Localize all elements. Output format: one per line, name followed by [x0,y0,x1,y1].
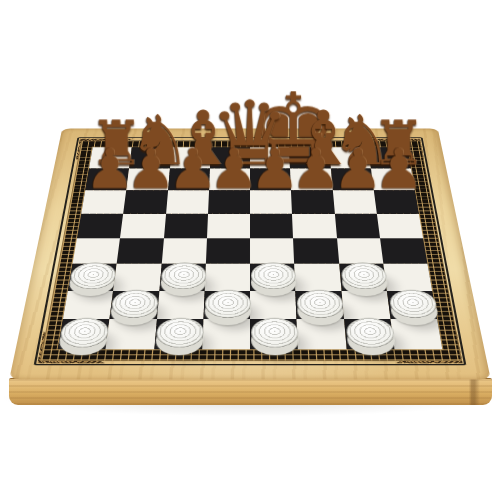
square-h3[interactable] [383,264,432,291]
square-d4[interactable] [206,238,250,264]
white-checker[interactable] [340,262,388,289]
square-b2[interactable] [110,291,159,319]
square-b4[interactable] [117,238,164,264]
square-f1[interactable] [297,319,346,349]
square-d2[interactable] [203,291,250,319]
square-g4[interactable] [337,238,384,264]
square-c3[interactable] [159,264,206,291]
square-c2[interactable] [156,291,204,319]
square-b1[interactable] [106,319,157,349]
wooden-board-top: ♜♞♝♛♚♝♞♜♟♟♟♟♟♟♟♟ [9,129,491,380]
board-front-edge [9,378,492,405]
square-a3[interactable] [68,264,117,291]
square-f3[interactable] [294,264,341,291]
white-checker[interactable] [59,318,111,348]
square-e1[interactable] [250,319,298,349]
white-checker[interactable] [155,318,204,348]
square-g1[interactable] [344,319,395,349]
square-f2[interactable] [296,291,344,319]
white-checker[interactable] [251,262,296,289]
square-h4[interactable] [380,238,428,264]
square-g2[interactable] [341,291,390,319]
square-c1[interactable] [154,319,203,349]
white-checker[interactable] [297,289,345,317]
white-checker[interactable] [204,289,251,317]
white-checker[interactable] [345,318,396,348]
white-checker[interactable] [251,318,299,348]
white-checker[interactable] [388,289,438,317]
white-checker[interactable] [69,262,118,289]
square-a2[interactable] [63,291,113,319]
white-checker[interactable] [160,262,207,289]
square-g3[interactable] [339,264,387,291]
square-c4[interactable] [161,238,206,264]
square-e3[interactable] [250,264,296,291]
square-h1[interactable] [390,319,442,349]
white-checker[interactable] [111,289,160,317]
product-photo-scene: ♜♞♝♛♚♝♞♜♟♟♟♟♟♟♟♟ [0,0,500,500]
square-d3[interactable] [204,264,250,291]
square-d1[interactable] [202,319,250,349]
square-a1[interactable] [58,319,110,349]
square-e4[interactable] [250,238,294,264]
square-f4[interactable] [293,238,338,264]
square-e2[interactable] [250,291,297,319]
square-a4[interactable] [73,238,121,264]
square-b3[interactable] [113,264,161,291]
square-h2[interactable] [387,291,437,319]
